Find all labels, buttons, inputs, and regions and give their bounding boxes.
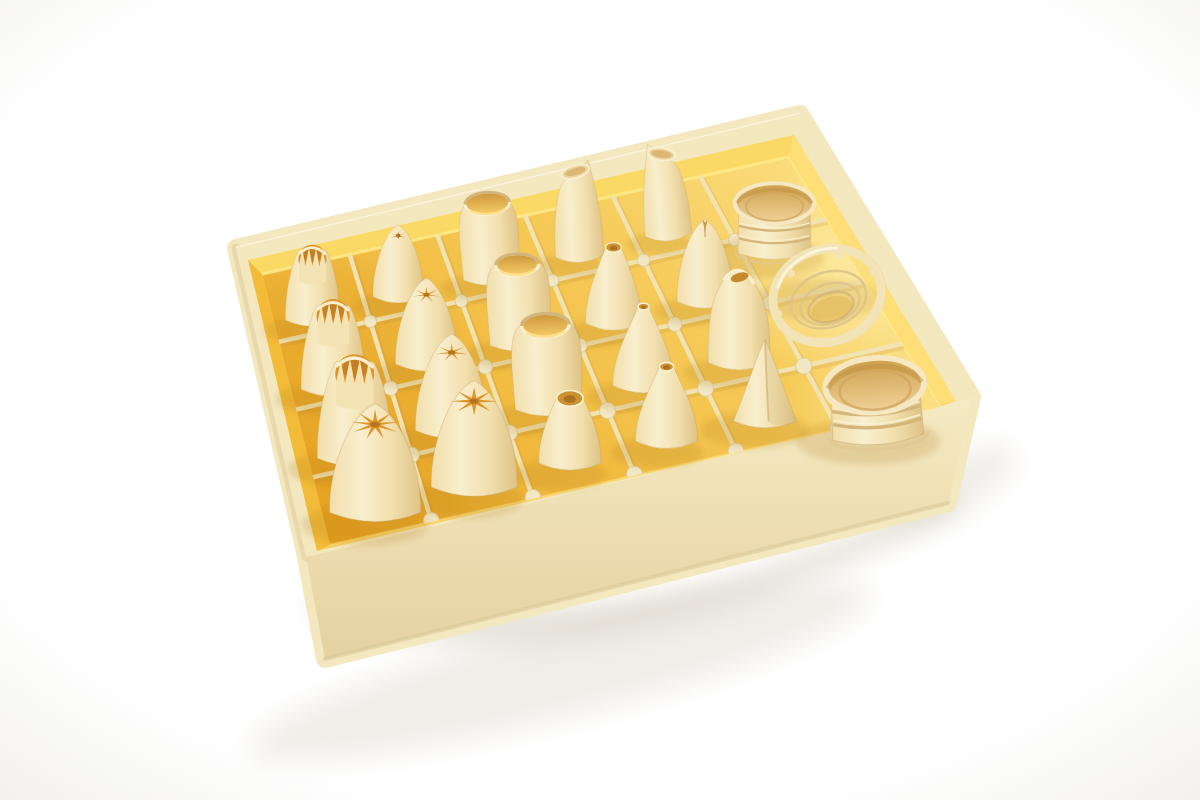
nozzle-coupler-r3c6 [824, 355, 929, 453]
divider-joint-dot [796, 358, 812, 374]
product-photo [0, 0, 1200, 800]
divider-joint-dot [637, 254, 650, 267]
scene-svg [0, 0, 1200, 800]
